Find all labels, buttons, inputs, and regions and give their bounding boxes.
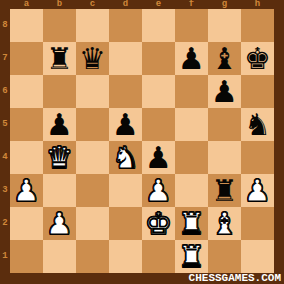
rank-label-1: 1 (0, 240, 10, 273)
square-f2[interactable]: ♜ (175, 207, 208, 240)
square-d7[interactable] (109, 42, 142, 75)
square-d4[interactable]: ♞ (109, 141, 142, 174)
rank-label-2: 2 (0, 207, 10, 240)
square-h2[interactable] (241, 207, 274, 240)
square-e3[interactable]: ♟ (142, 174, 175, 207)
square-f3[interactable] (175, 174, 208, 207)
white-knight-d4: ♞ (109, 141, 142, 174)
black-pawn-d5: ♟ (109, 108, 142, 141)
square-g4[interactable] (208, 141, 241, 174)
white-pawn-e3: ♟ (142, 174, 175, 207)
square-f1[interactable]: ♜ (175, 240, 208, 273)
square-h3[interactable]: ♟ (241, 174, 274, 207)
square-c2[interactable] (76, 207, 109, 240)
square-d2[interactable] (109, 207, 142, 240)
square-b1[interactable] (43, 240, 76, 273)
white-king-e2: ♚ (142, 207, 175, 240)
square-d8[interactable] (109, 9, 142, 42)
square-h5[interactable]: ♞ (241, 108, 274, 141)
file-label-d: d (109, 0, 142, 9)
square-b6[interactable] (43, 75, 76, 108)
black-queen-c7: ♛ (76, 42, 109, 75)
file-label-e: e (142, 0, 175, 9)
black-pawn-e4: ♟ (142, 141, 175, 174)
square-d5[interactable]: ♟ (109, 108, 142, 141)
square-f4[interactable] (175, 141, 208, 174)
square-b5[interactable]: ♟ (43, 108, 76, 141)
square-e6[interactable] (142, 75, 175, 108)
square-b8[interactable] (43, 9, 76, 42)
square-c1[interactable] (76, 240, 109, 273)
square-g7[interactable]: ♝ (208, 42, 241, 75)
square-c5[interactable] (76, 108, 109, 141)
square-c7[interactable]: ♛ (76, 42, 109, 75)
square-h1[interactable] (241, 240, 274, 273)
white-bishop-g2: ♝ (208, 207, 241, 240)
rank-label-4: 4 (0, 141, 10, 174)
square-e8[interactable] (142, 9, 175, 42)
square-f6[interactable] (175, 75, 208, 108)
chess-diagram: abcdefgh 87654321 ♜♛♟♝♚♟♟♟♞♛♞♟♟♟♜♟♟♚♜♝♜ … (0, 0, 284, 284)
square-g8[interactable] (208, 9, 241, 42)
rank-label-7: 7 (0, 42, 10, 75)
square-b2[interactable]: ♟ (43, 207, 76, 240)
square-e1[interactable] (142, 240, 175, 273)
square-b3[interactable] (43, 174, 76, 207)
white-pawn-a3: ♟ (10, 174, 43, 207)
square-h4[interactable] (241, 141, 274, 174)
square-e7[interactable] (142, 42, 175, 75)
square-g1[interactable] (208, 240, 241, 273)
square-f7[interactable]: ♟ (175, 42, 208, 75)
square-e2[interactable]: ♚ (142, 207, 175, 240)
white-pawn-h3: ♟ (241, 174, 274, 207)
chessgames-watermark: CHESSGAMES.COM (189, 273, 281, 284)
square-c8[interactable] (76, 9, 109, 42)
square-f5[interactable] (175, 108, 208, 141)
square-h6[interactable] (241, 75, 274, 108)
file-label-h: h (241, 0, 274, 9)
file-label-g: g (208, 0, 241, 9)
file-label-f: f (175, 0, 208, 9)
square-a1[interactable] (10, 240, 43, 273)
square-e4[interactable]: ♟ (142, 141, 175, 174)
square-h8[interactable] (241, 9, 274, 42)
square-a8[interactable] (10, 9, 43, 42)
white-rook-f2: ♜ (175, 207, 208, 240)
square-h7[interactable]: ♚ (241, 42, 274, 75)
black-rook-g3: ♜ (208, 174, 241, 207)
black-bishop-g7: ♝ (208, 42, 241, 75)
square-g5[interactable] (208, 108, 241, 141)
square-a7[interactable] (10, 42, 43, 75)
square-d6[interactable] (109, 75, 142, 108)
square-g6[interactable]: ♟ (208, 75, 241, 108)
square-d3[interactable] (109, 174, 142, 207)
white-rook-f1: ♜ (175, 240, 208, 273)
black-pawn-b5: ♟ (43, 108, 76, 141)
square-e5[interactable] (142, 108, 175, 141)
rank-label-6: 6 (0, 75, 10, 108)
square-g3[interactable]: ♜ (208, 174, 241, 207)
square-c6[interactable] (76, 75, 109, 108)
file-label-a: a (10, 0, 43, 9)
square-d1[interactable] (109, 240, 142, 273)
white-pawn-b2: ♟ (43, 207, 76, 240)
rank-label-5: 5 (0, 108, 10, 141)
rank-label-3: 3 (0, 174, 10, 207)
square-a4[interactable] (10, 141, 43, 174)
white-queen-b4: ♛ (43, 141, 76, 174)
square-a6[interactable] (10, 75, 43, 108)
square-a3[interactable]: ♟ (10, 174, 43, 207)
square-a2[interactable] (10, 207, 43, 240)
square-a5[interactable] (10, 108, 43, 141)
black-knight-h5: ♞ (241, 108, 274, 141)
chess-board: ♜♛♟♝♚♟♟♟♞♛♞♟♟♟♜♟♟♚♜♝♜ (10, 9, 274, 273)
black-rook-b7: ♜ (43, 42, 76, 75)
file-label-b: b (43, 0, 76, 9)
square-f8[interactable] (175, 9, 208, 42)
black-pawn-f7: ♟ (175, 42, 208, 75)
black-pawn-g6: ♟ (208, 75, 241, 108)
square-c3[interactable] (76, 174, 109, 207)
square-g2[interactable]: ♝ (208, 207, 241, 240)
square-c4[interactable] (76, 141, 109, 174)
black-king-h7: ♚ (241, 42, 274, 75)
square-b7[interactable]: ♜ (43, 42, 76, 75)
file-label-c: c (76, 0, 109, 9)
square-b4[interactable]: ♛ (43, 141, 76, 174)
rank-label-8: 8 (0, 9, 10, 42)
